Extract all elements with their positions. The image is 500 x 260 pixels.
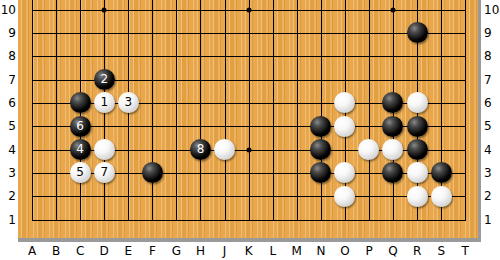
board-intersection[interactable] [261, 68, 285, 91]
board-intersection[interactable] [20, 45, 44, 68]
board-intersection[interactable] [20, 138, 44, 161]
board-intersection[interactable] [44, 208, 68, 231]
board-intersection[interactable] [44, 0, 68, 21]
board-intersection[interactable] [237, 0, 261, 21]
row-label-left: 8 [0, 49, 16, 63]
board-intersection[interactable] [285, 91, 309, 114]
board-intersection[interactable] [68, 21, 92, 44]
black-stone: 2 [94, 69, 115, 90]
board-intersection[interactable] [237, 45, 261, 68]
black-stone [407, 22, 428, 43]
board-grid: 21364857 [20, 0, 477, 231]
board-intersection[interactable] [188, 68, 212, 91]
row-label-left: 7 [0, 73, 16, 87]
board-intersection[interactable] [116, 115, 140, 138]
board-intersection[interactable] [116, 0, 140, 21]
board-intersection[interactable] [68, 68, 92, 91]
board-intersection[interactable] [237, 185, 261, 208]
row-label-right: 2 [484, 189, 500, 203]
white-stone [407, 162, 428, 183]
board-intersection[interactable] [429, 161, 453, 184]
board-intersection[interactable] [44, 45, 68, 68]
board-intersection[interactable] [357, 138, 381, 161]
black-stone [310, 162, 331, 183]
column-label: K [237, 244, 261, 258]
board-intersection[interactable] [20, 115, 44, 138]
board-intersection[interactable] [285, 0, 309, 21]
board-intersection[interactable] [357, 45, 381, 68]
star-point [246, 7, 251, 12]
white-stone [407, 92, 428, 113]
board-intersection[interactable] [237, 138, 261, 161]
column-label: F [140, 244, 164, 258]
board-intersection[interactable] [405, 91, 429, 114]
board-intersection[interactable]: 6 [68, 115, 92, 138]
black-stone [407, 139, 428, 160]
black-stone: 4 [70, 139, 91, 160]
board-intersection[interactable] [381, 161, 405, 184]
board-intersection[interactable] [164, 161, 188, 184]
black-stone [310, 116, 331, 137]
column-label: B [44, 244, 68, 258]
column-label: L [261, 244, 285, 258]
move-number-label: 3 [124, 92, 132, 113]
board-intersection[interactable] [237, 91, 261, 114]
move-number-label: 5 [76, 162, 84, 183]
board-intersection[interactable] [68, 0, 92, 21]
row-label-left: 5 [0, 119, 16, 133]
board-intersection[interactable] [68, 45, 92, 68]
board-intersection[interactable] [405, 161, 429, 184]
white-stone [382, 139, 403, 160]
board-intersection[interactable] [285, 21, 309, 44]
board-intersection[interactable] [261, 138, 285, 161]
board-intersection[interactable] [213, 21, 237, 44]
board-intersection[interactable] [44, 185, 68, 208]
white-stone [334, 116, 355, 137]
board-intersection[interactable] [92, 45, 116, 68]
board-intersection[interactable]: 8 [188, 138, 212, 161]
board-intersection[interactable] [453, 138, 477, 161]
board-intersection[interactable] [20, 91, 44, 114]
board-intersection[interactable] [309, 68, 333, 91]
column-label: T [453, 244, 477, 258]
board-intersection[interactable] [405, 45, 429, 68]
board-intersection[interactable] [333, 185, 357, 208]
board-intersection[interactable] [285, 161, 309, 184]
column-label: C [68, 244, 92, 258]
board-intersection[interactable] [164, 208, 188, 231]
white-stone [334, 186, 355, 207]
row-label-left: 4 [0, 143, 16, 157]
column-label: A [20, 244, 44, 258]
board-intersection[interactable] [261, 0, 285, 21]
board-intersection[interactable] [237, 115, 261, 138]
row-label-left: 1 [0, 213, 16, 227]
board-intersection[interactable] [116, 45, 140, 68]
board-intersection[interactable] [44, 115, 68, 138]
row-label-right: 6 [484, 96, 500, 110]
board-intersection[interactable] [453, 161, 477, 184]
board-intersection[interactable] [285, 138, 309, 161]
row-label-right: 3 [484, 166, 500, 180]
board-intersection[interactable] [405, 68, 429, 91]
board-intersection[interactable] [188, 161, 212, 184]
board-intersection[interactable] [188, 115, 212, 138]
board-intersection[interactable] [188, 0, 212, 21]
board-intersection[interactable] [261, 185, 285, 208]
board-intersection[interactable] [164, 138, 188, 161]
column-label: M [285, 244, 309, 258]
board-intersection[interactable] [261, 45, 285, 68]
board-intersection[interactable] [188, 21, 212, 44]
board-intersection[interactable] [116, 161, 140, 184]
board-intersection[interactable] [188, 185, 212, 208]
board-intersection[interactable] [213, 208, 237, 231]
board-intersection[interactable] [237, 21, 261, 44]
board-intersection[interactable] [357, 185, 381, 208]
board-intersection[interactable] [333, 45, 357, 68]
black-stone [310, 139, 331, 160]
board-intersection[interactable] [333, 138, 357, 161]
column-label: E [116, 244, 140, 258]
board-intersection[interactable] [140, 185, 164, 208]
board-intersection[interactable] [92, 115, 116, 138]
move-number-label: 6 [76, 116, 84, 137]
black-stone [382, 92, 403, 113]
black-stone [142, 162, 163, 183]
board-intersection[interactable] [453, 185, 477, 208]
star-point [390, 7, 395, 12]
board-intersection[interactable] [453, 45, 477, 68]
board-intersection[interactable] [309, 115, 333, 138]
board-intersection[interactable] [333, 91, 357, 114]
board-intersection[interactable] [164, 91, 188, 114]
board-intersection[interactable] [213, 161, 237, 184]
white-stone: 7 [94, 162, 115, 183]
board-intersection[interactable] [381, 68, 405, 91]
white-stone [334, 162, 355, 183]
board-intersection[interactable] [188, 208, 212, 231]
board-intersection[interactable] [140, 161, 164, 184]
white-stone [407, 186, 428, 207]
board-intersection[interactable] [357, 161, 381, 184]
column-label: S [429, 244, 453, 258]
board-intersection[interactable] [44, 21, 68, 44]
column-label: H [189, 244, 213, 258]
column-label: Q [381, 244, 405, 258]
white-stone [94, 139, 115, 160]
row-label-right: 4 [484, 143, 500, 157]
black-stone [382, 162, 403, 183]
board-intersection[interactable] [333, 161, 357, 184]
board-intersection[interactable] [309, 161, 333, 184]
board-intersection[interactable] [381, 0, 405, 21]
board-intersection[interactable] [309, 91, 333, 114]
black-stone [382, 116, 403, 137]
board-intersection[interactable] [68, 185, 92, 208]
board-intersection[interactable] [405, 21, 429, 44]
board-intersection[interactable] [140, 91, 164, 114]
board-intersection[interactable] [453, 0, 477, 21]
board-intersection[interactable] [453, 115, 477, 138]
row-label-right: 5 [484, 119, 500, 133]
board-intersection[interactable] [453, 21, 477, 44]
board-intersection[interactable] [429, 21, 453, 44]
board-intersection[interactable] [164, 0, 188, 21]
board-intersection[interactable] [116, 208, 140, 231]
board-intersection[interactable] [405, 115, 429, 138]
board-intersection[interactable] [309, 208, 333, 231]
board-intersection[interactable] [285, 68, 309, 91]
board-intersection[interactable]: 5 [68, 161, 92, 184]
board-intersection[interactable] [429, 185, 453, 208]
board-intersection[interactable] [309, 21, 333, 44]
column-label: R [405, 244, 429, 258]
board-intersection[interactable] [20, 185, 44, 208]
go-board: 21364857 [18, 0, 481, 242]
board-intersection[interactable] [429, 91, 453, 114]
row-label-left: 9 [0, 26, 16, 40]
board-intersection[interactable] [381, 91, 405, 114]
board-intersection[interactable] [140, 21, 164, 44]
board-intersection[interactable] [116, 138, 140, 161]
board-intersection[interactable] [140, 68, 164, 91]
board-intersection[interactable] [357, 208, 381, 231]
board-intersection[interactable] [213, 45, 237, 68]
board-intersection[interactable] [213, 115, 237, 138]
move-number-label: 4 [76, 139, 84, 160]
board-intersection[interactable] [20, 0, 44, 21]
move-number-label: 1 [100, 92, 108, 113]
board-intersection[interactable] [20, 68, 44, 91]
board-intersection[interactable] [92, 185, 116, 208]
white-stone [334, 92, 355, 113]
row-label-right: 9 [484, 26, 500, 40]
column-label: G [164, 244, 188, 258]
board-intersection[interactable] [213, 68, 237, 91]
board-intersection[interactable] [405, 208, 429, 231]
board-intersection[interactable] [261, 208, 285, 231]
black-stone [70, 92, 91, 113]
board-intersection[interactable] [116, 68, 140, 91]
board-intersection[interactable] [20, 208, 44, 231]
move-number-label: 7 [100, 162, 108, 183]
board-intersection[interactable]: 1 [92, 91, 116, 114]
board-intersection[interactable] [237, 208, 261, 231]
column-label: J [213, 244, 237, 258]
column-label: N [309, 244, 333, 258]
board-intersection[interactable] [140, 115, 164, 138]
board-intersection[interactable]: 2 [92, 68, 116, 91]
board-intersection[interactable] [357, 0, 381, 21]
board-intersection[interactable] [237, 68, 261, 91]
white-stone: 3 [118, 92, 139, 113]
board-intersection[interactable] [429, 208, 453, 231]
column-label: D [92, 244, 116, 258]
board-intersection[interactable] [140, 45, 164, 68]
row-label-right: 1 [484, 213, 500, 227]
board-intersection[interactable] [92, 21, 116, 44]
board-intersection[interactable] [429, 45, 453, 68]
black-stone [407, 116, 428, 137]
board-intersection[interactable] [44, 68, 68, 91]
board-intersection[interactable] [213, 138, 237, 161]
board-intersection[interactable] [429, 0, 453, 21]
board-intersection[interactable] [453, 68, 477, 91]
row-label-right: 7 [484, 73, 500, 87]
board-intersection[interactable] [44, 91, 68, 114]
board-intersection[interactable] [381, 138, 405, 161]
board-intersection[interactable] [309, 0, 333, 21]
board-intersection[interactable] [381, 185, 405, 208]
star-point [246, 147, 251, 152]
board-intersection[interactable] [285, 185, 309, 208]
row-label-right: 10 [484, 3, 500, 17]
board-intersection[interactable] [285, 45, 309, 68]
board-intersection[interactable] [213, 185, 237, 208]
board-intersection[interactable] [309, 45, 333, 68]
board-intersection[interactable] [116, 185, 140, 208]
board-intersection[interactable] [309, 138, 333, 161]
board-intersection[interactable] [285, 115, 309, 138]
board-intersection[interactable] [429, 68, 453, 91]
board-intersection[interactable]: 3 [116, 91, 140, 114]
white-stone: 5 [70, 162, 91, 183]
column-label: P [357, 244, 381, 258]
board-intersection[interactable] [92, 138, 116, 161]
row-label-left: 2 [0, 189, 16, 203]
board-intersection[interactable] [285, 208, 309, 231]
board-intersection[interactable] [333, 21, 357, 44]
board-intersection[interactable] [213, 0, 237, 21]
board-intersection[interactable] [357, 115, 381, 138]
row-label-right: 8 [484, 49, 500, 63]
board-intersection[interactable] [164, 45, 188, 68]
board-intersection[interactable] [405, 138, 429, 161]
board-intersection[interactable] [381, 45, 405, 68]
board-intersection[interactable] [237, 161, 261, 184]
row-label-left: 3 [0, 166, 16, 180]
move-number-label: 8 [197, 139, 205, 160]
board-intersection[interactable] [333, 208, 357, 231]
move-number-label: 2 [100, 69, 108, 90]
black-stone [431, 162, 452, 183]
board-intersection[interactable] [309, 185, 333, 208]
white-stone [358, 139, 379, 160]
board-intersection[interactable] [44, 161, 68, 184]
board-intersection[interactable] [188, 45, 212, 68]
board-intersection[interactable] [44, 138, 68, 161]
board-intersection[interactable] [357, 21, 381, 44]
column-label: O [333, 244, 357, 258]
board-intersection[interactable] [164, 115, 188, 138]
board-intersection[interactable] [140, 0, 164, 21]
board-intersection[interactable]: 7 [92, 161, 116, 184]
board-intersection[interactable] [453, 208, 477, 231]
board-intersection[interactable] [357, 68, 381, 91]
board-intersection[interactable] [164, 68, 188, 91]
board-intersection[interactable] [333, 0, 357, 21]
board-intersection[interactable] [453, 91, 477, 114]
black-stone: 8 [190, 139, 211, 160]
board-intersection[interactable] [429, 115, 453, 138]
board-intersection[interactable] [68, 91, 92, 114]
board-intersection[interactable]: 4 [68, 138, 92, 161]
black-stone: 6 [70, 116, 91, 137]
board-intersection[interactable] [188, 91, 212, 114]
board-intersection[interactable] [92, 0, 116, 21]
board-intersection[interactable] [116, 21, 140, 44]
white-stone: 1 [94, 92, 115, 113]
board-intersection[interactable] [140, 138, 164, 161]
board-intersection[interactable] [68, 208, 92, 231]
board-intersection[interactable] [92, 208, 116, 231]
board-intersection[interactable] [357, 91, 381, 114]
board-intersection[interactable] [164, 21, 188, 44]
white-stone [431, 186, 452, 207]
board-intersection[interactable] [261, 115, 285, 138]
board-intersection[interactable] [381, 21, 405, 44]
row-label-left: 10 [0, 3, 16, 17]
board-intersection[interactable] [405, 0, 429, 21]
row-label-left: 6 [0, 96, 16, 110]
board-intersection[interactable] [429, 138, 453, 161]
board-intersection[interactable] [261, 91, 285, 114]
board-intersection[interactable] [164, 185, 188, 208]
board-intersection[interactable] [381, 115, 405, 138]
board-intersection[interactable] [213, 91, 237, 114]
board-intersection[interactable] [405, 185, 429, 208]
board-intersection[interactable] [333, 115, 357, 138]
board-intersection[interactable] [261, 21, 285, 44]
board-intersection[interactable] [140, 208, 164, 231]
board-intersection[interactable] [333, 68, 357, 91]
star-point [102, 7, 107, 12]
board-intersection[interactable] [261, 161, 285, 184]
board-intersection[interactable] [381, 208, 405, 231]
board-intersection[interactable] [20, 21, 44, 44]
board-intersection[interactable] [20, 161, 44, 184]
white-stone [214, 139, 235, 160]
